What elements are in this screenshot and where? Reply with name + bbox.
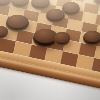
checker-piece-top-surface — [0, 0, 10, 4]
checker-piece-top-surface — [12, 0, 29, 5]
checker-piece-top-surface — [84, 31, 100, 42]
checker-piece-top-surface — [54, 32, 69, 43]
checker-piece-top-surface — [63, 2, 80, 13]
checker-piece-dark[interactable] — [54, 32, 70, 46]
checker-piece-dark[interactable] — [6, 15, 29, 32]
checker-piece-dark[interactable] — [83, 31, 100, 46]
checker-piece-top-surface — [47, 9, 65, 20]
checker-piece-top-surface — [0, 26, 8, 36]
photo-canvas — [0, 0, 100, 100]
checker-piece-top-surface — [94, 0, 100, 3]
checker-piece-top-surface — [7, 15, 29, 28]
checker-piece-dark[interactable] — [46, 9, 65, 23]
checker-piece-top-surface — [32, 0, 50, 7]
